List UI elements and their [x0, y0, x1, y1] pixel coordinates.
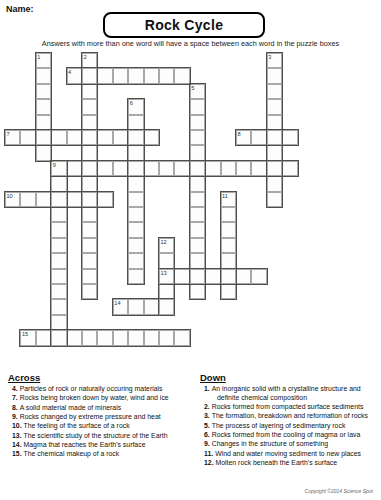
puzzle-cell[interactable] — [51, 284, 66, 299]
puzzle-cell[interactable] — [36, 330, 51, 345]
puzzle-cell[interactable] — [51, 238, 66, 253]
puzzle-cell[interactable] — [82, 330, 97, 345]
puzzle-cell[interactable] — [267, 145, 282, 160]
puzzle-cell[interactable] — [82, 176, 97, 191]
puzzle-cell[interactable] — [51, 192, 66, 207]
puzzle-cell[interactable] — [128, 99, 143, 114]
puzzle-cell[interactable] — [128, 269, 143, 284]
copyright-text: Copyright ©2014 Science Spot — [305, 488, 373, 494]
puzzle-cell[interactable] — [221, 207, 236, 222]
puzzle-cell[interactable] — [190, 115, 205, 130]
puzzle-cell[interactable] — [190, 84, 205, 99]
down-clues: Down 1. An inorganic solid with a crysta… — [200, 372, 374, 468]
puzzle-cell[interactable] — [82, 192, 97, 207]
puzzle-cell[interactable] — [190, 253, 205, 268]
puzzle-cell[interactable] — [190, 192, 205, 207]
puzzle-cell[interactable] — [82, 115, 97, 130]
puzzle-cell[interactable] — [20, 330, 35, 345]
puzzle-cell[interactable] — [67, 130, 82, 145]
clue-item: 1. An inorganic solid with a crystalline… — [200, 385, 374, 403]
puzzle-cell[interactable] — [82, 253, 97, 268]
puzzle-cell[interactable] — [36, 192, 51, 207]
puzzle-cell[interactable] — [221, 192, 236, 207]
puzzle-cell[interactable] — [97, 68, 112, 83]
puzzle-cell[interactable] — [67, 161, 82, 176]
puzzle-cell[interactable] — [144, 68, 159, 83]
puzzle-cell[interactable] — [159, 161, 174, 176]
puzzle-cell[interactable] — [236, 161, 251, 176]
puzzle-cell[interactable] — [221, 222, 236, 237]
puzzle-cell[interactable] — [159, 284, 174, 299]
puzzle-cell[interactable] — [36, 145, 51, 160]
puzzle-cell[interactable] — [36, 115, 51, 130]
puzzle-cell[interactable] — [282, 161, 297, 176]
puzzle-cell[interactable] — [236, 269, 251, 284]
puzzle-cell[interactable] — [159, 299, 174, 314]
clue-item: 7. Rocks being broken down by water, win… — [8, 394, 200, 403]
puzzle-cell[interactable] — [82, 84, 97, 99]
puzzle-cell[interactable] — [267, 161, 282, 176]
puzzle-cell[interactable] — [190, 269, 205, 284]
puzzle-cell[interactable] — [82, 161, 97, 176]
puzzle-cell[interactable] — [67, 192, 82, 207]
puzzle-cell[interactable] — [267, 192, 282, 207]
puzzle-cell[interactable] — [267, 68, 282, 83]
puzzle-cell[interactable] — [36, 53, 51, 68]
across-heading: Across — [8, 372, 200, 383]
crossword-grid: 478910131415123561112 — [0, 0, 381, 352]
down-heading: Down — [200, 372, 374, 383]
puzzle-cell[interactable] — [128, 161, 143, 176]
puzzle-cell[interactable] — [267, 84, 282, 99]
puzzle-cell[interactable] — [82, 99, 97, 114]
puzzle-cell[interactable] — [159, 68, 174, 83]
puzzle-cell[interactable] — [97, 161, 112, 176]
puzzle-cell[interactable] — [51, 330, 66, 345]
clue-item: 4. Particles of rock or naturally occuri… — [8, 385, 200, 394]
puzzle-cell[interactable] — [51, 176, 66, 191]
puzzle-cell[interactable] — [190, 238, 205, 253]
puzzle-cell[interactable] — [190, 207, 205, 222]
puzzle-cell[interactable] — [221, 284, 236, 299]
puzzle-cell[interactable] — [221, 238, 236, 253]
puzzle-cell[interactable] — [144, 330, 159, 345]
clue-item: 11. Wind and water moving sediment to ne… — [200, 450, 374, 459]
puzzle-cell[interactable] — [5, 192, 20, 207]
puzzle-cell[interactable] — [20, 130, 35, 145]
puzzle-cell[interactable] — [82, 53, 97, 68]
puzzle-cell[interactable] — [159, 269, 174, 284]
clue-item: 9. Changes in the structure of something — [200, 440, 374, 449]
puzzle-cell[interactable] — [128, 176, 143, 191]
puzzle-cell[interactable] — [82, 222, 97, 237]
puzzle-cell[interactable] — [128, 238, 143, 253]
puzzle-cell[interactable] — [128, 222, 143, 237]
puzzle-cell[interactable] — [128, 68, 143, 83]
puzzle-cell[interactable] — [267, 115, 282, 130]
puzzle-cell[interactable] — [128, 253, 143, 268]
puzzle-cell[interactable] — [236, 130, 251, 145]
puzzle-cell[interactable] — [190, 284, 205, 299]
puzzle-cell[interactable] — [144, 161, 159, 176]
puzzle-cell[interactable] — [190, 176, 205, 191]
puzzle-cell[interactable] — [144, 130, 159, 145]
puzzle-cell[interactable] — [113, 68, 128, 83]
puzzle-cell[interactable] — [221, 253, 236, 268]
puzzle-cell[interactable] — [128, 207, 143, 222]
puzzle-cell[interactable] — [221, 269, 236, 284]
across-clues: Across 4. Particles of rock or naturally… — [8, 372, 200, 468]
clue-item: 9. Rocks changed by extreme pressure and… — [8, 413, 200, 422]
puzzle-cell[interactable] — [190, 145, 205, 160]
puzzle-cell[interactable] — [128, 115, 143, 130]
puzzle-cell[interactable] — [82, 145, 97, 160]
puzzle-cell[interactable] — [159, 330, 174, 345]
clue-section: Across 4. Particles of rock or naturally… — [8, 372, 374, 468]
puzzle-cell[interactable] — [82, 207, 97, 222]
puzzle-cell[interactable] — [113, 299, 128, 314]
puzzle-cell[interactable] — [82, 238, 97, 253]
puzzle-cell[interactable] — [221, 161, 236, 176]
clue-item: 5. The process of layering of sedimentar… — [200, 422, 374, 431]
puzzle-cell[interactable] — [82, 284, 97, 299]
puzzle-cell[interactable] — [205, 269, 220, 284]
puzzle-cell[interactable] — [113, 330, 128, 345]
puzzle-cell[interactable] — [174, 269, 189, 284]
clue-item: 14. Magma that reaches the Earth's surfa… — [8, 441, 200, 450]
puzzle-cell[interactable] — [113, 161, 128, 176]
puzzle-cell[interactable] — [267, 130, 282, 145]
puzzle-cell[interactable] — [190, 222, 205, 237]
puzzle-cell[interactable] — [97, 330, 112, 345]
puzzle-cell[interactable] — [51, 253, 66, 268]
puzzle-cell[interactable] — [128, 192, 143, 207]
clue-item: 6. Rocks formed from the cooling of magm… — [200, 431, 374, 440]
puzzle-cell[interactable] — [97, 130, 112, 145]
puzzle-cell[interactable] — [159, 238, 174, 253]
puzzle-cell[interactable] — [67, 330, 82, 345]
clue-item: 12. Molten rock beneath the Earth's surf… — [200, 459, 374, 468]
puzzle-cell[interactable] — [128, 130, 143, 145]
puzzle-cell[interactable] — [174, 68, 189, 83]
puzzle-cell[interactable] — [20, 192, 35, 207]
puzzle-cell[interactable] — [128, 299, 143, 314]
puzzle-cell[interactable] — [190, 99, 205, 114]
puzzle-cell[interactable] — [51, 222, 66, 237]
puzzle-cell[interactable] — [159, 253, 174, 268]
puzzle-cell[interactable] — [36, 99, 51, 114]
puzzle-cell[interactable] — [51, 299, 66, 314]
puzzle-cell[interactable] — [51, 315, 66, 330]
puzzle-cell[interactable] — [128, 145, 143, 160]
clue-item: 15. The chemical makeup of a rock — [8, 450, 200, 459]
puzzle-cell[interactable] — [82, 68, 97, 83]
puzzle-cell[interactable] — [144, 299, 159, 314]
puzzle-cell[interactable] — [190, 161, 205, 176]
puzzle-cell[interactable] — [251, 130, 266, 145]
puzzle-cell[interactable] — [51, 130, 66, 145]
puzzle-cell[interactable] — [5, 130, 20, 145]
puzzle-cell[interactable] — [51, 161, 66, 176]
clue-item: 13. The scientific study of the structur… — [8, 432, 200, 441]
puzzle-cell[interactable] — [174, 330, 189, 345]
puzzle-cell[interactable] — [282, 130, 297, 145]
puzzle-cell[interactable] — [205, 161, 220, 176]
puzzle-cell[interactable] — [36, 68, 51, 83]
puzzle-cell[interactable] — [267, 99, 282, 114]
puzzle-cell[interactable] — [36, 130, 51, 145]
puzzle-cell[interactable] — [190, 130, 205, 145]
puzzle-cell[interactable] — [251, 269, 266, 284]
puzzle-cell[interactable] — [82, 130, 97, 145]
puzzle-cell[interactable] — [67, 68, 82, 83]
puzzle-cell[interactable] — [36, 84, 51, 99]
puzzle-cell[interactable] — [51, 207, 66, 222]
clue-item: 10. The feeling of the surface of a rock — [8, 422, 200, 431]
clue-item: 8. A solid material made of minerals — [8, 404, 200, 413]
puzzle-cell[interactable] — [251, 161, 266, 176]
puzzle-cell[interactable] — [174, 161, 189, 176]
puzzle-cell[interactable] — [267, 176, 282, 191]
clue-item: 3. The formation, breakdown and reformat… — [200, 412, 374, 421]
puzzle-cell[interactable] — [97, 192, 112, 207]
clue-item: 2. Rocks formed from compacted surface s… — [200, 403, 374, 412]
puzzle-cell[interactable] — [267, 53, 282, 68]
puzzle-cell[interactable] — [51, 269, 66, 284]
puzzle-cell[interactable] — [128, 330, 143, 345]
puzzle-cell[interactable] — [113, 130, 128, 145]
puzzle-cell[interactable] — [82, 269, 97, 284]
